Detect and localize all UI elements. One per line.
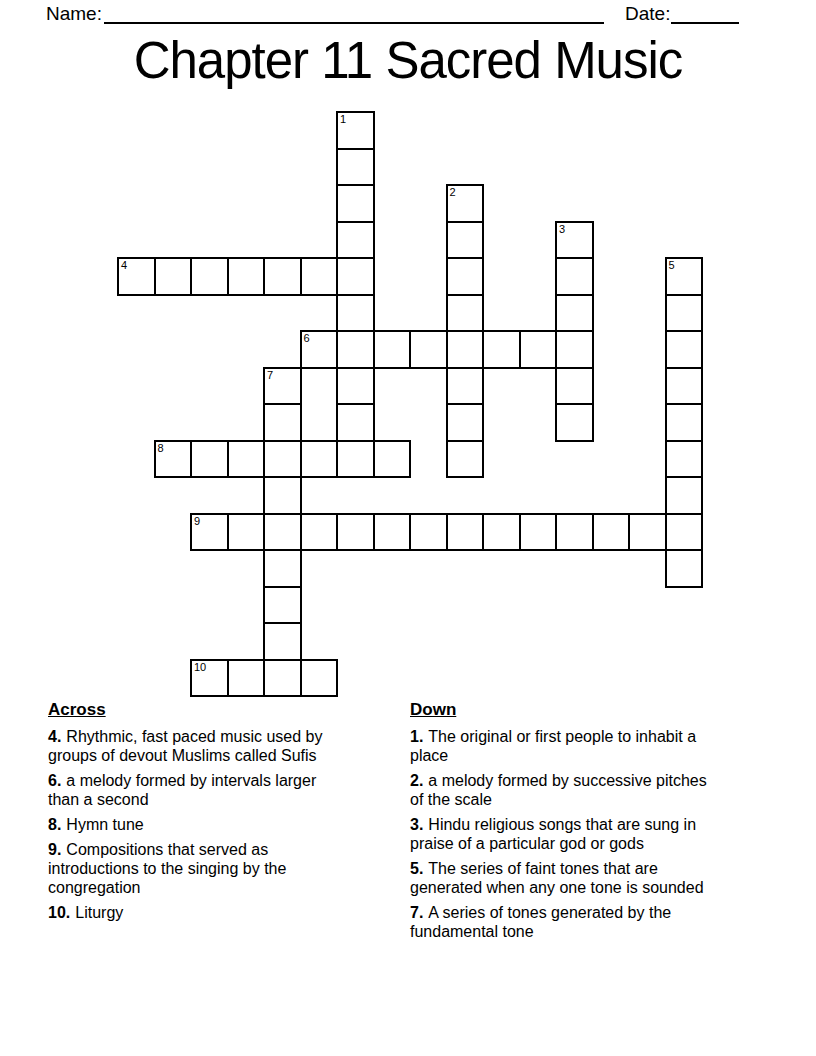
grid-cell[interactable] bbox=[227, 257, 266, 296]
name-blank-line bbox=[104, 2, 604, 24]
cell-clue-number: 5 bbox=[669, 260, 675, 271]
grid-cell[interactable] bbox=[555, 403, 594, 442]
grid-cell[interactable] bbox=[446, 257, 485, 296]
grid-cell[interactable] bbox=[263, 513, 302, 552]
grid-cell[interactable] bbox=[555, 330, 594, 369]
cell-clue-number: 6 bbox=[304, 333, 310, 344]
clue-item-number: 2. bbox=[410, 772, 428, 789]
grid-cell[interactable] bbox=[446, 440, 485, 479]
clue-item-number: 8. bbox=[48, 816, 66, 833]
grid-cell[interactable] bbox=[336, 513, 375, 552]
clue-item-number: 5. bbox=[410, 860, 428, 877]
grid-cell[interactable] bbox=[665, 440, 704, 479]
clue-item-down-7: 7.A series of tones generated by the fun… bbox=[410, 903, 722, 941]
clue-item-text: a melody formed by intervals larger than… bbox=[48, 772, 316, 808]
clue-item-down-3: 3.Hindu religious songs that are sung in… bbox=[410, 815, 722, 853]
clue-item-down-2: 2.a melody formed by successive pitches … bbox=[410, 771, 722, 809]
grid-cell[interactable] bbox=[336, 257, 375, 296]
grid-cell[interactable] bbox=[446, 513, 485, 552]
grid-cell[interactable] bbox=[555, 294, 594, 333]
cell-clue-number: 7 bbox=[267, 370, 273, 381]
grid-cell[interactable] bbox=[227, 659, 266, 698]
grid-cell[interactable] bbox=[373, 440, 412, 479]
grid-cell[interactable] bbox=[300, 513, 339, 552]
cell-clue-number: 4 bbox=[121, 260, 127, 271]
grid-cell[interactable] bbox=[300, 440, 339, 479]
grid-cell[interactable] bbox=[519, 330, 558, 369]
grid-cell[interactable] bbox=[300, 257, 339, 296]
grid-cell[interactable] bbox=[555, 367, 594, 406]
grid-cell[interactable] bbox=[373, 330, 412, 369]
grid-cell[interactable] bbox=[665, 549, 704, 588]
across-clues-column: Across 4.Rhythmic, fast paced music used… bbox=[48, 700, 340, 922]
clue-item-text: The series of faint tones that are gener… bbox=[410, 860, 704, 896]
grid-cell[interactable] bbox=[665, 367, 704, 406]
grid-cell[interactable] bbox=[263, 659, 302, 698]
grid-cell[interactable] bbox=[555, 513, 594, 552]
grid-cell[interactable] bbox=[336, 330, 375, 369]
page-title: Chapter 11 Sacred Music bbox=[0, 31, 816, 91]
grid-cell[interactable] bbox=[446, 403, 485, 442]
grid-cell[interactable] bbox=[409, 330, 448, 369]
grid-cell[interactable] bbox=[227, 513, 266, 552]
grid-cell[interactable] bbox=[446, 221, 485, 260]
grid-cell[interactable] bbox=[592, 513, 631, 552]
crossword-grid: 12345678910 bbox=[117, 111, 705, 699]
clue-item-across-6: 6.a melody formed by intervals larger th… bbox=[48, 771, 340, 809]
grid-cell[interactable] bbox=[482, 330, 521, 369]
grid-cell[interactable] bbox=[446, 367, 485, 406]
grid-cell[interactable] bbox=[555, 257, 594, 296]
grid-cell[interactable] bbox=[227, 440, 266, 479]
clue-item-text: A series of tones generated by the funda… bbox=[410, 904, 671, 940]
grid-cell[interactable] bbox=[665, 294, 704, 333]
clue-item-number: 3. bbox=[410, 816, 428, 833]
date-blank-line bbox=[671, 2, 739, 24]
across-heading: Across bbox=[48, 700, 340, 720]
clue-item-across-4: 4.Rhythmic, fast paced music used by gro… bbox=[48, 727, 340, 765]
grid-cell[interactable] bbox=[190, 440, 229, 479]
grid-cell[interactable] bbox=[263, 440, 302, 479]
grid-cell[interactable] bbox=[263, 586, 302, 625]
clue-item-text: Liturgy bbox=[75, 904, 123, 921]
grid-cell[interactable] bbox=[263, 549, 302, 588]
clue-item-number: 7. bbox=[410, 904, 428, 921]
clue-item-across-10: 10.Liturgy bbox=[48, 903, 340, 922]
grid-cell[interactable] bbox=[336, 148, 375, 187]
clue-item-number: 10. bbox=[48, 904, 75, 921]
cell-clue-number: 8 bbox=[158, 443, 164, 454]
grid-cell[interactable] bbox=[336, 367, 375, 406]
clue-item-number: 6. bbox=[48, 772, 66, 789]
grid-cell[interactable] bbox=[665, 330, 704, 369]
down-heading: Down bbox=[410, 700, 722, 720]
clue-item-text: a melody formed by successive pitches of… bbox=[410, 772, 707, 808]
grid-cell[interactable] bbox=[446, 330, 485, 369]
grid-cell[interactable] bbox=[263, 622, 302, 661]
grid-cell[interactable] bbox=[263, 257, 302, 296]
cell-clue-number: 2 bbox=[450, 187, 456, 198]
grid-cell[interactable] bbox=[263, 476, 302, 515]
cell-clue-number: 1 bbox=[340, 114, 346, 125]
clue-item-across-9: 9.Compositions that served as introducti… bbox=[48, 840, 340, 897]
clue-item-across-8: 8.Hymn tune bbox=[48, 815, 340, 834]
clue-item-text: Hymn tune bbox=[66, 816, 143, 833]
worksheet-page: Name: Date: Chapter 11 Sacred Music 1234… bbox=[0, 0, 816, 1056]
grid-cell[interactable] bbox=[665, 513, 704, 552]
grid-cell[interactable] bbox=[190, 257, 229, 296]
clue-item-text: The original or first people to inhabit … bbox=[410, 728, 696, 764]
clue-item-text: Hindu religious songs that are sung in p… bbox=[410, 816, 696, 852]
date-label: Date: bbox=[625, 3, 670, 25]
grid-cell[interactable] bbox=[482, 513, 521, 552]
clue-item-number: 9. bbox=[48, 841, 66, 858]
grid-cell[interactable] bbox=[373, 513, 412, 552]
grid-cell[interactable] bbox=[336, 440, 375, 479]
clue-item-number: 4. bbox=[48, 728, 66, 745]
grid-cell[interactable] bbox=[409, 513, 448, 552]
grid-cell[interactable] bbox=[154, 257, 193, 296]
grid-cell[interactable] bbox=[665, 403, 704, 442]
grid-cell[interactable] bbox=[336, 221, 375, 260]
clue-item-down-5: 5.The series of faint tones that are gen… bbox=[410, 859, 722, 897]
clue-item-number: 1. bbox=[410, 728, 428, 745]
name-label: Name: bbox=[46, 3, 102, 25]
grid-cell[interactable] bbox=[519, 513, 558, 552]
down-clues-column: Down 1.The original or first people to i… bbox=[410, 700, 722, 941]
clue-item-down-1: 1.The original or first people to inhabi… bbox=[410, 727, 722, 765]
grid-cell[interactable] bbox=[336, 294, 375, 333]
grid-cell[interactable] bbox=[336, 403, 375, 442]
cell-clue-number: 9 bbox=[194, 516, 200, 527]
cell-clue-number: 3 bbox=[559, 224, 565, 235]
grid-cell[interactable] bbox=[263, 403, 302, 442]
grid-cell[interactable] bbox=[628, 513, 667, 552]
grid-cell[interactable] bbox=[300, 659, 339, 698]
grid-cell[interactable] bbox=[665, 476, 704, 515]
cell-clue-number: 10 bbox=[194, 662, 206, 673]
clue-item-text: Rhythmic, fast paced music used by group… bbox=[48, 728, 322, 764]
grid-cell[interactable] bbox=[446, 294, 485, 333]
grid-cell[interactable] bbox=[336, 184, 375, 223]
clue-item-text: Compositions that served as introduction… bbox=[48, 841, 286, 896]
